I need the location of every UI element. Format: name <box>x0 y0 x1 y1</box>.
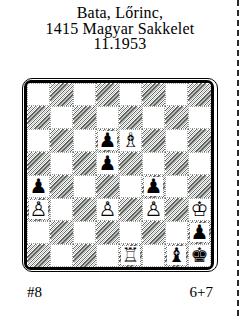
square-b1 <box>50 244 73 267</box>
square-d7 <box>96 106 119 129</box>
square-e5 <box>119 152 142 175</box>
square-f2 <box>142 221 165 244</box>
square-f1 <box>142 244 165 267</box>
square-a8 <box>27 83 50 106</box>
square-e3 <box>119 198 142 221</box>
composer-name: Bata, Lőrinc, <box>0 5 240 21</box>
square-g2 <box>165 221 188 244</box>
square-c5 <box>73 152 96 175</box>
piece-count-label: 6+7 <box>190 284 213 301</box>
square-c1 <box>73 244 96 267</box>
square-e6: ♗ <box>119 129 142 152</box>
square-h1: ♚ <box>188 244 211 267</box>
square-g7 <box>165 106 188 129</box>
square-h5 <box>188 152 211 175</box>
white-king-h3: ♔ <box>190 200 210 219</box>
square-c8 <box>73 83 96 106</box>
square-h4 <box>188 175 211 198</box>
board-frame-inner: ♟♗♟♟♟♙♙♙♔♟♖♝♚ <box>24 80 214 270</box>
square-f8 <box>142 83 165 106</box>
square-a4: ♟ <box>27 175 50 198</box>
square-b5 <box>50 152 73 175</box>
black-pawn-d5: ♟ <box>98 154 118 173</box>
square-f3: ♙ <box>142 198 165 221</box>
square-b6 <box>50 129 73 152</box>
square-e7 <box>119 106 142 129</box>
square-a3: ♙ <box>27 198 50 221</box>
square-c7 <box>73 106 96 129</box>
square-c3 <box>73 198 96 221</box>
square-h6 <box>188 129 211 152</box>
white-pawn-d3: ♙ <box>98 200 118 219</box>
square-g6 <box>165 129 188 152</box>
black-bishop-g1: ♝ <box>167 246 187 265</box>
square-e8 <box>119 83 142 106</box>
square-h8 <box>188 83 211 106</box>
date-line: 11.1953 <box>0 36 240 52</box>
white-rook-e1: ♖ <box>121 246 141 265</box>
square-d5: ♟ <box>96 152 119 175</box>
square-d2 <box>96 221 119 244</box>
square-g1: ♝ <box>165 244 188 267</box>
square-g4 <box>165 175 188 198</box>
board-frame-outer: ♟♗♟♟♟♙♙♙♔♟♖♝♚ <box>22 78 218 272</box>
square-e4 <box>119 175 142 198</box>
chess-board: ♟♗♟♟♟♙♙♙♔♟♖♝♚ <box>27 83 211 267</box>
square-d1 <box>96 244 119 267</box>
square-h3: ♔ <box>188 198 211 221</box>
square-a7 <box>27 106 50 129</box>
square-d3: ♙ <box>96 198 119 221</box>
white-bishop-e6: ♗ <box>121 131 141 150</box>
square-a6 <box>27 129 50 152</box>
square-b2 <box>50 221 73 244</box>
black-pawn-a4: ♟ <box>29 177 49 196</box>
white-pawn-f3: ♙ <box>144 200 164 219</box>
square-b3 <box>50 198 73 221</box>
square-a5 <box>27 152 50 175</box>
square-b8 <box>50 83 73 106</box>
square-e2 <box>119 221 142 244</box>
square-b4 <box>50 175 73 198</box>
problem-header: Bata, Lőrinc, 1415 Magyar Sakkelet 11.19… <box>0 5 240 52</box>
square-c4 <box>73 175 96 198</box>
square-f6 <box>142 129 165 152</box>
source-line: 1415 Magyar Sakkelet <box>0 21 240 37</box>
square-g8 <box>165 83 188 106</box>
black-king-h1: ♚ <box>190 246 210 265</box>
square-g5 <box>165 152 188 175</box>
white-pawn-a3: ♙ <box>29 200 49 219</box>
square-f7 <box>142 106 165 129</box>
square-e1: ♖ <box>119 244 142 267</box>
stipulation-label: #8 <box>27 284 42 301</box>
square-h7 <box>188 106 211 129</box>
black-pawn-h2: ♟ <box>190 223 210 242</box>
square-c2 <box>73 221 96 244</box>
page-cut-dashed-line <box>237 0 239 316</box>
square-d8 <box>96 83 119 106</box>
square-d6: ♟ <box>96 129 119 152</box>
square-a1 <box>27 244 50 267</box>
square-f4: ♟ <box>142 175 165 198</box>
square-a2 <box>27 221 50 244</box>
square-h2: ♟ <box>188 221 211 244</box>
square-c6 <box>73 129 96 152</box>
black-pawn-f4: ♟ <box>144 177 164 196</box>
square-b7 <box>50 106 73 129</box>
square-f5 <box>142 152 165 175</box>
square-g3 <box>165 198 188 221</box>
black-pawn-d6: ♟ <box>98 131 118 150</box>
square-d4 <box>96 175 119 198</box>
diagram-caption: #8 6+7 <box>22 284 218 301</box>
